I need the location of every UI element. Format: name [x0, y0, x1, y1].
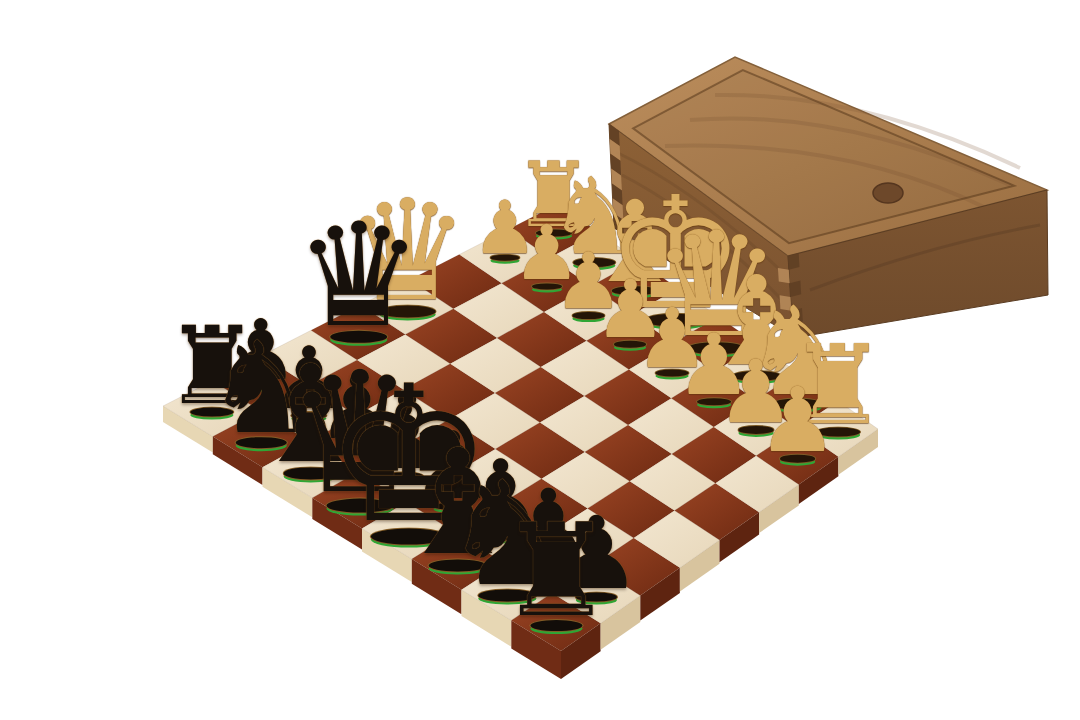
- finger-joint: [790, 281, 802, 297]
- board-and-box-graphic: [0, 0, 1080, 720]
- finger-joint: [788, 253, 800, 269]
- finger-joint: [781, 323, 793, 339]
- product-photo-stage: ♜♟♞♟♝♛♟♚♛♟♛♟♝♟♟♞♜♟♟♜♞♟♟♝♟♛♟♚♟♝♟♞♟♜: [0, 0, 1080, 720]
- finger-joint: [780, 295, 792, 311]
- finger-joint: [778, 268, 790, 283]
- scene-svg: [0, 0, 1080, 720]
- lid-thumb-hole: [873, 183, 903, 203]
- finger-joint: [791, 308, 803, 324]
